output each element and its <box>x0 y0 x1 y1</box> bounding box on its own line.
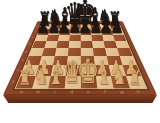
square-c5[interactable] <box>56 41 69 48</box>
piece-white-bishop-f1[interactable]: ♝ <box>96 64 112 88</box>
piece-white-rook-h1[interactable]: ♜ <box>128 68 141 88</box>
board-front-edge <box>3 95 157 103</box>
piece-white-knight-g1[interactable]: ♞ <box>112 66 127 88</box>
square-h5[interactable] <box>115 41 129 48</box>
file-label-b: b <box>29 88 47 95</box>
piece-white-knight-b1[interactable]: ♞ <box>33 66 48 88</box>
piece-white-rook-a1[interactable]: ♜ <box>18 68 31 88</box>
chess-set-photo: abcdefgh 87654321 ♜♞♝♛♚♝♞♜♟♟♟♟♟♟♟♟♟♟♟♟♟♟… <box>0 0 160 123</box>
square-e5[interactable] <box>81 41 93 48</box>
square-d5[interactable] <box>69 41 81 48</box>
square-h4[interactable] <box>117 48 133 56</box>
piece-black-pawn-h7[interactable]: ♟ <box>110 16 123 36</box>
